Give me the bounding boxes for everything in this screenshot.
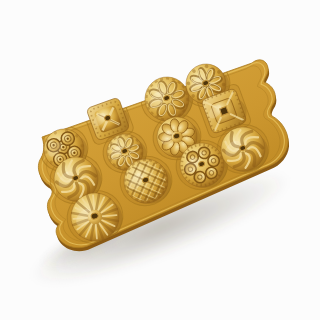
bundt-pan-photo xyxy=(0,0,320,320)
product-photo xyxy=(0,0,320,320)
